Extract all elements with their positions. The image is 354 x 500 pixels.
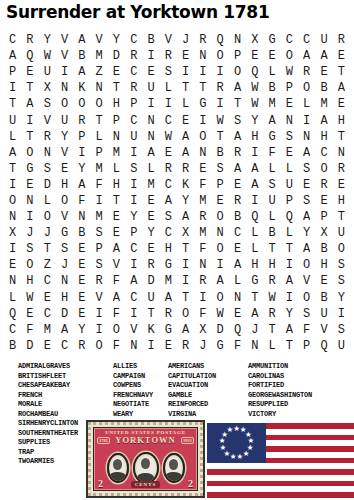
grid-cell: L bbox=[298, 96, 315, 112]
grid-cell: E bbox=[39, 338, 56, 354]
grid-cell: T bbox=[246, 290, 263, 306]
grid-cell: O bbox=[212, 290, 229, 306]
grid-cell: R bbox=[125, 80, 142, 96]
grid-cell: D bbox=[108, 48, 125, 64]
word-item: TRAP bbox=[18, 448, 78, 458]
grid-cell: U bbox=[263, 193, 280, 209]
grid-cell: A bbox=[298, 241, 315, 257]
grid-cell: O bbox=[281, 48, 298, 64]
grid-cell: P bbox=[281, 193, 298, 209]
grid-cell: A bbox=[73, 64, 90, 80]
grid-cell: L bbox=[108, 161, 125, 177]
grid-cell: E bbox=[315, 273, 332, 289]
grid-cell: I bbox=[212, 257, 229, 273]
grid-cell: I bbox=[142, 338, 159, 354]
grid-cell: O bbox=[39, 209, 56, 225]
grid-cell: P bbox=[90, 241, 107, 257]
grid-cell: N bbox=[4, 273, 21, 289]
grid-cell: C bbox=[298, 32, 315, 48]
grid-cell: E bbox=[177, 112, 194, 128]
grid-cell: H bbox=[246, 129, 263, 145]
grid-cell: O bbox=[90, 338, 107, 354]
stamp-year-right: 1931 bbox=[181, 437, 194, 444]
grid-cell: U bbox=[142, 290, 159, 306]
grid-cell: E bbox=[263, 48, 280, 64]
grid-cell: E bbox=[315, 64, 332, 80]
grid-cell: I bbox=[125, 193, 142, 209]
grid-cell: Y bbox=[108, 32, 125, 48]
grid-cell: A bbox=[298, 209, 315, 225]
grid-cell: Y bbox=[333, 290, 350, 306]
grid-cell: L bbox=[90, 129, 107, 145]
grid-cell: Q bbox=[246, 209, 263, 225]
grid-cell: K bbox=[177, 177, 194, 193]
grid-cell: E bbox=[73, 290, 90, 306]
grid-cell: E bbox=[315, 193, 332, 209]
grid-cell: W bbox=[21, 290, 38, 306]
grid-cell: I bbox=[4, 80, 21, 96]
star-icon: ★ bbox=[226, 426, 234, 434]
word-item: CAROLINAS bbox=[248, 372, 312, 382]
grid-cell: N bbox=[194, 257, 211, 273]
grid-cell: E bbox=[160, 338, 177, 354]
grid-cell: M bbox=[90, 161, 107, 177]
grid-cell: Z bbox=[90, 64, 107, 80]
grid-cell: T bbox=[108, 80, 125, 96]
worksheet: Surrender at Yorktown 1781 CRYVAVYCBVJRQ… bbox=[0, 0, 354, 500]
grid-cell: L bbox=[229, 273, 246, 289]
stamp-denomination-row: 2 CENTS 2 bbox=[94, 479, 197, 489]
grid-cell: E bbox=[142, 209, 159, 225]
word-item: ADMIRALGRAVES bbox=[18, 362, 78, 372]
grid-cell: A bbox=[160, 193, 177, 209]
word-item: EVACUATION bbox=[168, 381, 216, 391]
grid-cell: I bbox=[177, 257, 194, 273]
grid-cell: S bbox=[125, 161, 142, 177]
stamp-title: YORKTOWN bbox=[115, 435, 175, 445]
grid-cell: U bbox=[333, 225, 350, 241]
grid-cell: C bbox=[125, 32, 142, 48]
grid-cell: Q bbox=[315, 338, 332, 354]
grid-cell: R bbox=[212, 80, 229, 96]
grid-cell: H bbox=[315, 129, 332, 145]
grid-cell: O bbox=[212, 241, 229, 257]
grid-cell: T bbox=[212, 129, 229, 145]
grid-cell: A bbox=[281, 273, 298, 289]
grid-cell: H bbox=[263, 257, 280, 273]
grid-cell: H bbox=[56, 177, 73, 193]
grid-cell: Q bbox=[281, 209, 298, 225]
grid-cell: B bbox=[142, 32, 159, 48]
grid-cell: Y bbox=[73, 322, 90, 338]
grid-cell: F bbox=[90, 177, 107, 193]
grid-cell: R bbox=[194, 209, 211, 225]
grid-cell: W bbox=[212, 112, 229, 128]
grid-cell: N bbox=[246, 338, 263, 354]
grid-cell: P bbox=[281, 80, 298, 96]
word-column-1: ADMIRALGRAVESBRITISHFLEETCHESAPEAKEBAYFR… bbox=[18, 362, 78, 467]
grid-cell: I bbox=[333, 306, 350, 322]
grid-cell: E bbox=[333, 177, 350, 193]
grid-cell: T bbox=[39, 241, 56, 257]
grid-cell: M bbox=[39, 322, 56, 338]
grid-cell: S bbox=[298, 161, 315, 177]
word-item: NEGOTIATE bbox=[113, 400, 153, 410]
grid-cell: O bbox=[177, 306, 194, 322]
grid-cell: I bbox=[4, 177, 21, 193]
grid-cell: S bbox=[90, 225, 107, 241]
grid-cell: A bbox=[142, 145, 159, 161]
grid-cell: A bbox=[56, 322, 73, 338]
grid-cell: O bbox=[73, 96, 90, 112]
grid-cell: N bbox=[56, 80, 73, 96]
grid-cell: I bbox=[298, 112, 315, 128]
word-item: CHESAPEAKEBAY bbox=[18, 381, 78, 391]
grid-cell: Y bbox=[142, 225, 159, 241]
grid-cell: F bbox=[298, 322, 315, 338]
grid-cell: E bbox=[142, 64, 159, 80]
grid-cell: E bbox=[73, 306, 90, 322]
grid-cell: S bbox=[160, 64, 177, 80]
grid-cell: X bbox=[194, 322, 211, 338]
grid-cell: E bbox=[73, 241, 90, 257]
grid-cell: L bbox=[39, 193, 56, 209]
grid-cell: L bbox=[246, 241, 263, 257]
grid-cell: O bbox=[56, 96, 73, 112]
grid-cell: L bbox=[142, 161, 159, 177]
grid-cell: G bbox=[56, 225, 73, 241]
word-item: REINFORCED bbox=[168, 400, 216, 410]
word-item: SIRHENRYCLINTON bbox=[18, 419, 78, 429]
grid-cell: I bbox=[73, 145, 90, 161]
grid-cell: I bbox=[90, 306, 107, 322]
grid-cell: V bbox=[125, 322, 142, 338]
grid-cell: T bbox=[333, 209, 350, 225]
word-item: CAMPAIGN bbox=[113, 372, 153, 382]
grid-cell: F bbox=[263, 145, 280, 161]
grid-cell: A bbox=[108, 290, 125, 306]
grid-cell: L bbox=[263, 64, 280, 80]
grid-cell: S bbox=[333, 257, 350, 273]
grid-cell: H bbox=[108, 177, 125, 193]
grid-cell: P bbox=[125, 225, 142, 241]
grid-cell: Y bbox=[281, 306, 298, 322]
grid-cell: R bbox=[333, 161, 350, 177]
grid-cell: C bbox=[160, 225, 177, 241]
stamp-year-left: 1781 bbox=[97, 437, 110, 444]
grid-cell: R bbox=[21, 32, 38, 48]
grid-cell: B bbox=[315, 290, 332, 306]
grid-cell: C bbox=[4, 322, 21, 338]
grid-cell: V bbox=[90, 32, 107, 48]
grid-cell: C bbox=[39, 273, 56, 289]
grid-cell: N bbox=[142, 129, 159, 145]
grid-cell: P bbox=[73, 129, 90, 145]
grid-cell: S bbox=[56, 241, 73, 257]
star-icon: ★ bbox=[236, 453, 244, 461]
grid-cell: N bbox=[229, 32, 246, 48]
grid-cell: O bbox=[298, 290, 315, 306]
word-column-4: AMMUNITIONCAROLINASFORTIFIEDGEORGEWASHIN… bbox=[248, 362, 312, 419]
grid-cell: O bbox=[90, 96, 107, 112]
grid-cell: N bbox=[194, 145, 211, 161]
grid-cell: M bbox=[263, 96, 280, 112]
grid-cell: A bbox=[177, 129, 194, 145]
grid-cell: O bbox=[315, 161, 332, 177]
grid-cell: A bbox=[229, 129, 246, 145]
grid-cell: O bbox=[4, 193, 21, 209]
grid-cell: I bbox=[125, 306, 142, 322]
grid-cell: M bbox=[90, 209, 107, 225]
grid-cell: E bbox=[142, 241, 159, 257]
grid-cell: O bbox=[212, 209, 229, 225]
grid-cell: E bbox=[108, 225, 125, 241]
grid-cell: Y bbox=[125, 209, 142, 225]
grid-cell: U bbox=[125, 129, 142, 145]
grid-cell: G bbox=[263, 32, 280, 48]
grid-cell: H bbox=[333, 112, 350, 128]
grid-cell: I bbox=[246, 193, 263, 209]
grid-cell: M bbox=[108, 145, 125, 161]
grid-cell: A bbox=[160, 290, 177, 306]
grid-cell: U bbox=[56, 112, 73, 128]
grid-cell: G bbox=[246, 273, 263, 289]
grid-cell: E bbox=[108, 64, 125, 80]
grid-cell: Y bbox=[73, 161, 90, 177]
grid-cell: T bbox=[177, 241, 194, 257]
grid-cell: W bbox=[281, 64, 298, 80]
grid-cell: C bbox=[315, 145, 332, 161]
grid-cell: W bbox=[246, 96, 263, 112]
grid-cell: E bbox=[229, 177, 246, 193]
grid-cell: T bbox=[281, 338, 298, 354]
grid-cell: E bbox=[229, 241, 246, 257]
grid-cell: N bbox=[108, 129, 125, 145]
grid-cell: H bbox=[21, 273, 38, 289]
grid-cell: N bbox=[125, 338, 142, 354]
grid-cell: U bbox=[4, 112, 21, 128]
grid-cell: T bbox=[21, 129, 38, 145]
grid-cell: B bbox=[4, 338, 21, 354]
grid-cell: H bbox=[246, 257, 263, 273]
grid-cell: A bbox=[229, 161, 246, 177]
grid-cell: C bbox=[4, 32, 21, 48]
grid-cell: F bbox=[194, 177, 211, 193]
grid-cell: I bbox=[281, 290, 298, 306]
word-search-grid: CRYVAVYCBVJRQNXGCCURAQWVBMDRIRENOPEEOAAE… bbox=[4, 32, 350, 354]
grid-cell: R bbox=[73, 338, 90, 354]
grid-cell: B bbox=[73, 48, 90, 64]
grid-cell: B bbox=[263, 225, 280, 241]
grid-cell: R bbox=[160, 48, 177, 64]
grid-cell: F bbox=[108, 273, 125, 289]
word-item: GEORGEWASHINGTON bbox=[248, 391, 312, 401]
grid-cell: A bbox=[108, 241, 125, 257]
stamp-denomination-right: 2 bbox=[188, 479, 193, 489]
grid-cell: W bbox=[160, 129, 177, 145]
grid-cell: R bbox=[160, 306, 177, 322]
grid-cell: A bbox=[229, 80, 246, 96]
grid-cell: N bbox=[194, 48, 211, 64]
grid-cell: N bbox=[142, 112, 159, 128]
grid-cell: E bbox=[21, 177, 38, 193]
grid-cell: D bbox=[142, 273, 159, 289]
grid-cell: K bbox=[142, 322, 159, 338]
grid-cell: R bbox=[142, 257, 159, 273]
word-item: BRITISHFLEET bbox=[18, 372, 78, 382]
grid-cell: E bbox=[21, 64, 38, 80]
grid-cell: F bbox=[108, 338, 125, 354]
grid-cell: G bbox=[263, 129, 280, 145]
grid-cell: B bbox=[263, 80, 280, 96]
grid-cell: I bbox=[21, 112, 38, 128]
grid-cell: E bbox=[39, 290, 56, 306]
grid-cell: L bbox=[263, 161, 280, 177]
grid-cell: I bbox=[212, 96, 229, 112]
grid-cell: A bbox=[315, 48, 332, 64]
grid-cell: A bbox=[177, 145, 194, 161]
grid-cell: H bbox=[315, 257, 332, 273]
word-item: ALLIES bbox=[113, 362, 153, 372]
grid-cell: X bbox=[177, 225, 194, 241]
grid-cell: N bbox=[281, 112, 298, 128]
grid-cell: A bbox=[177, 209, 194, 225]
grid-cell: C bbox=[56, 338, 73, 354]
grid-cell: E bbox=[108, 209, 125, 225]
grid-cell: C bbox=[125, 64, 142, 80]
grid-cell: W bbox=[263, 290, 280, 306]
word-column-2: ALLIESCAMPAIGNCOWPENSFRENCHNAVYNEGOTIATE… bbox=[113, 362, 153, 419]
grid-cell: N bbox=[39, 145, 56, 161]
word-column-3: AMERICANSCAPITULATIONEVACUATIONGAMBLEREI… bbox=[168, 362, 216, 419]
grid-cell: E bbox=[73, 257, 90, 273]
grid-cell: A bbox=[212, 273, 229, 289]
grid-cell: U bbox=[315, 32, 332, 48]
grid-cell: A bbox=[125, 273, 142, 289]
grid-cell: X bbox=[4, 225, 21, 241]
grid-cell: E bbox=[21, 306, 38, 322]
grid-cell: V bbox=[160, 32, 177, 48]
grid-cell: Q bbox=[21, 48, 38, 64]
grid-cell: U bbox=[315, 306, 332, 322]
grid-cell: G bbox=[160, 257, 177, 273]
grid-cell: F bbox=[229, 338, 246, 354]
grid-cell: N bbox=[212, 225, 229, 241]
grid-cell: U bbox=[333, 338, 350, 354]
betsy-ross-flag: ★★★★★★★★★★★★★ bbox=[207, 423, 354, 498]
grid-cell: R bbox=[263, 306, 280, 322]
grid-cell: S bbox=[229, 112, 246, 128]
portrait-right-oval bbox=[163, 453, 185, 483]
grid-cell: A bbox=[333, 80, 350, 96]
grid-cell: V bbox=[56, 209, 73, 225]
grid-cell: N bbox=[21, 193, 38, 209]
grid-cell: S bbox=[333, 322, 350, 338]
grid-cell: F bbox=[73, 193, 90, 209]
grid-cell: B bbox=[212, 145, 229, 161]
grid-cell: A bbox=[21, 96, 38, 112]
grid-cell: R bbox=[90, 273, 107, 289]
grid-cell: E bbox=[194, 161, 211, 177]
grid-cell: E bbox=[281, 96, 298, 112]
grid-cell: A bbox=[246, 161, 263, 177]
grid-cell: M bbox=[315, 96, 332, 112]
grid-cell: Y bbox=[39, 32, 56, 48]
grid-cell: A bbox=[298, 48, 315, 64]
word-item: COWPENS bbox=[113, 381, 153, 391]
grid-cell: Q bbox=[212, 32, 229, 48]
grid-cell: V bbox=[56, 32, 73, 48]
grid-cell: I bbox=[142, 96, 159, 112]
grid-cell: R bbox=[177, 338, 194, 354]
grid-cell: L bbox=[4, 129, 21, 145]
word-item: FORTIFIED bbox=[248, 381, 312, 391]
grid-cell: I bbox=[246, 145, 263, 161]
grid-cell: Y bbox=[177, 193, 194, 209]
grid-cell: F bbox=[194, 306, 211, 322]
grid-cell: O bbox=[298, 80, 315, 96]
grid-cell: B bbox=[315, 241, 332, 257]
grid-cell: I bbox=[21, 209, 38, 225]
grid-cell: U bbox=[281, 177, 298, 193]
grid-cell: M bbox=[160, 273, 177, 289]
stamp-red-field: UNITED STATES POSTAGE 1781 YORKTOWN 1931… bbox=[94, 428, 197, 490]
grid-cell: E bbox=[246, 48, 263, 64]
grid-cell: R bbox=[298, 64, 315, 80]
grid-cell: H bbox=[56, 290, 73, 306]
grid-cell: R bbox=[229, 193, 246, 209]
word-item: GAMBLE bbox=[168, 391, 216, 401]
grid-cell: C bbox=[39, 306, 56, 322]
grid-cell: D bbox=[56, 306, 73, 322]
grid-cell: S bbox=[90, 257, 107, 273]
grid-cell: L bbox=[263, 338, 280, 354]
grid-cell: I bbox=[125, 257, 142, 273]
grid-cell: N bbox=[229, 290, 246, 306]
grid-cell: T bbox=[90, 112, 107, 128]
grid-cell: N bbox=[90, 80, 107, 96]
grid-cell: N bbox=[333, 145, 350, 161]
grid-cell: C bbox=[160, 112, 177, 128]
grid-cell: R bbox=[263, 273, 280, 289]
stamp-title-row: 1781 YORKTOWN 1931 bbox=[94, 435, 197, 445]
grid-cell: S bbox=[263, 177, 280, 193]
grid-cell: Q bbox=[4, 306, 21, 322]
grid-cell: V bbox=[39, 112, 56, 128]
grid-cell: E bbox=[73, 273, 90, 289]
grid-cell: A bbox=[281, 322, 298, 338]
grid-cell: H bbox=[108, 96, 125, 112]
grid-cell: I bbox=[125, 145, 142, 161]
grid-cell: E bbox=[177, 48, 194, 64]
grid-cell: I bbox=[4, 241, 21, 257]
grid-cell: J bbox=[194, 338, 211, 354]
grid-cell: S bbox=[212, 161, 229, 177]
grid-cell: M bbox=[90, 48, 107, 64]
grid-cell: H bbox=[333, 193, 350, 209]
grid-cell: O bbox=[229, 64, 246, 80]
grid-cell: K bbox=[73, 80, 90, 96]
grid-cell: S bbox=[333, 273, 350, 289]
grid-cell: L bbox=[4, 290, 21, 306]
grid-cell: Y bbox=[56, 129, 73, 145]
grid-cell: S bbox=[39, 96, 56, 112]
grid-cell: R bbox=[177, 161, 194, 177]
grid-cell: X bbox=[246, 32, 263, 48]
grid-cell: Y bbox=[246, 112, 263, 128]
word-item: CAPITULATION bbox=[168, 372, 216, 382]
grid-cell: O bbox=[108, 322, 125, 338]
